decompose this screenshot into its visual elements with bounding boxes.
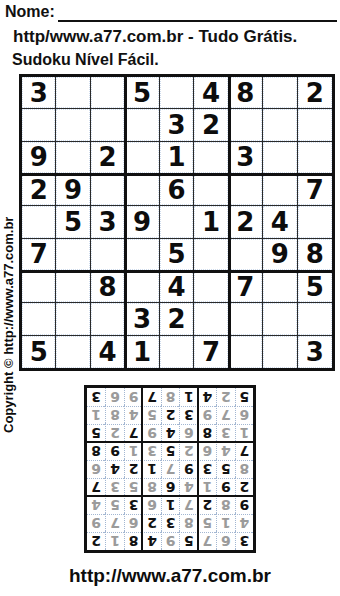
- solution-cell-r1c8: 1: [105, 532, 123, 550]
- solution-cell-r7c8: 2: [105, 424, 123, 442]
- sudoku-cell-r3c1: 9: [22, 142, 56, 174]
- solution-grid: 3675948124158326799827163542914685378539…: [84, 385, 256, 553]
- solution-cell-r9c7: 9: [124, 388, 142, 406]
- sudoku-cell-r7c6: [194, 271, 228, 303]
- solution-cell-r1c7: 8: [124, 532, 142, 550]
- solution-cell-r1c3: 7: [198, 532, 216, 550]
- solution-cell-r9c8: 6: [105, 388, 123, 406]
- sudoku-cell-r7c8: [263, 271, 297, 303]
- sudoku-cell-r1c1: 3: [22, 77, 56, 109]
- solution-cell-r7c1: 1: [235, 424, 253, 442]
- solution-cell-r3c3: 2: [198, 496, 216, 514]
- sudoku-cell-r6c3: [91, 239, 125, 271]
- solution-cell-r3c6: 6: [142, 496, 160, 514]
- solution-cell-r5c7: 2: [124, 460, 142, 478]
- solution-cell-r2c4: 8: [179, 514, 197, 532]
- solution-cell-r4c4: 4: [179, 478, 197, 496]
- solution-cell-r3c8: 5: [105, 496, 123, 514]
- solution-cell-r8c4: 3: [179, 406, 197, 424]
- solution-cell-r5c8: 4: [105, 460, 123, 478]
- sudoku-cell-r5c9: [298, 206, 332, 238]
- solution-cell-r1c2: 6: [216, 532, 234, 550]
- solution-cell-r6c5: 5: [161, 442, 179, 460]
- sudoku-cell-r8c1: [22, 303, 56, 335]
- solution-cell-r4c2: 9: [216, 478, 234, 496]
- sudoku-cell-r9c2: [56, 336, 90, 368]
- solution-cell-r4c1: 2: [235, 478, 253, 496]
- solution-cell-r8c8: 8: [105, 406, 123, 424]
- sudoku-cell-r5c1: [22, 206, 56, 238]
- solution-cell-r6c1: 7: [235, 442, 253, 460]
- sudoku-cell-r4c2: 9: [56, 174, 90, 206]
- solution-cell-r4c3: 1: [198, 478, 216, 496]
- solution-cell-r1c6: 4: [142, 532, 160, 550]
- name-row: Nome:: [5, 3, 335, 23]
- solution-cell-r6c9: 8: [87, 442, 105, 460]
- solution-cell-r3c1: 9: [235, 496, 253, 514]
- sudoku-cell-r2c7: [229, 109, 263, 141]
- sudoku-cell-r9c3: 4: [91, 336, 125, 368]
- solution-cell-r4c5: 6: [161, 478, 179, 496]
- solution-cell-r4c7: 5: [124, 478, 142, 496]
- sudoku-cell-r2c1: [22, 109, 56, 141]
- solution-cell-r2c1: 4: [235, 514, 253, 532]
- sudoku-cell-r2c3: [91, 109, 125, 141]
- solution-cell-r4c9: 7: [87, 478, 105, 496]
- sudoku-cell-r7c4: [125, 271, 159, 303]
- sudoku-cell-r2c9: [298, 109, 332, 141]
- sudoku-cell-r6c8: 9: [263, 239, 297, 271]
- sudoku-cell-r2c2: [56, 109, 90, 141]
- sudoku-cell-r3c7: 3: [229, 142, 263, 174]
- sudoku-cell-r1c7: 8: [229, 77, 263, 109]
- solution-cell-r5c3: 3: [198, 460, 216, 478]
- solution-cell-r7c9: 5: [87, 424, 105, 442]
- sudoku-cell-r8c8: [263, 303, 297, 335]
- solution-cell-r8c5: 2: [161, 406, 179, 424]
- box-divider: [197, 388, 199, 550]
- sudoku-grid: 354823292132967539124759884753254173: [19, 74, 335, 371]
- solution-cell-r5c4: 9: [179, 460, 197, 478]
- solution-cell-r7c5: 4: [161, 424, 179, 442]
- sudoku-cell-r8c9: [298, 303, 332, 335]
- sudoku-cell-r9c1: 5: [22, 336, 56, 368]
- solution-cell-r7c4: 6: [179, 424, 197, 442]
- sudoku-cell-r5c3: 3: [91, 206, 125, 238]
- solution-cell-r3c7: 3: [124, 496, 142, 514]
- sudoku-cell-r5c2: 5: [56, 206, 90, 238]
- sudoku-cell-r8c4: 3: [125, 303, 159, 335]
- sudoku-cell-r5c7: 2: [229, 206, 263, 238]
- sudoku-cell-r7c7: 7: [229, 271, 263, 303]
- sudoku-cell-r6c4: [125, 239, 159, 271]
- sudoku-cell-r4c7: [229, 174, 263, 206]
- solution-cell-r5c6: 1: [142, 460, 160, 478]
- sudoku-cell-r7c2: [56, 271, 90, 303]
- solution-cell-r2c7: 6: [124, 514, 142, 532]
- name-underline: [58, 20, 337, 22]
- solution-cell-r2c2: 1: [216, 514, 234, 532]
- solution-cell-r8c6: 5: [142, 406, 160, 424]
- sudoku-cell-r6c5: 5: [160, 239, 194, 271]
- solution-cell-r5c5: 7: [161, 460, 179, 478]
- solution-cell-r8c3: 9: [198, 406, 216, 424]
- solution-cell-r6c6: 3: [142, 442, 160, 460]
- sudoku-cell-r1c3: [91, 77, 125, 109]
- solution-cell-r8c1: 6: [235, 406, 253, 424]
- sudoku-cell-r8c7: [229, 303, 263, 335]
- sudoku-cell-r9c5: [160, 336, 194, 368]
- solution-cell-r3c5: 1: [161, 496, 179, 514]
- solution-cell-r5c2: 5: [216, 460, 234, 478]
- solution-cell-r9c1: 5: [235, 388, 253, 406]
- footer-url: http://www.a77.com.br: [0, 565, 340, 587]
- solution-cell-r5c9: 6: [87, 460, 105, 478]
- solution-cell-r2c5: 3: [161, 514, 179, 532]
- sudoku-cell-r7c5: 4: [160, 271, 194, 303]
- sudoku-cell-r4c9: 7: [298, 174, 332, 206]
- sudoku-cell-r4c3: [91, 174, 125, 206]
- sudoku-cell-r8c5: 2: [160, 303, 194, 335]
- solution-cell-r6c2: 4: [216, 442, 234, 460]
- sudoku-cell-r2c6: 2: [194, 109, 228, 141]
- sudoku-cell-r3c6: [194, 142, 228, 174]
- sudoku-cell-r4c5: 6: [160, 174, 194, 206]
- sudoku-cell-r6c2: [56, 239, 90, 271]
- sudoku-cell-r1c9: 2: [298, 77, 332, 109]
- sudoku-cell-r8c6: [194, 303, 228, 335]
- solution-cell-r1c9: 2: [87, 532, 105, 550]
- copyright-vertical-text: Copyright © http://www.a77.com.br: [1, 83, 17, 433]
- sudoku-cell-r4c4: [125, 174, 159, 206]
- sudoku-cell-r2c4: [125, 109, 159, 141]
- sudoku-cell-r5c4: 9: [125, 206, 159, 238]
- solution-cell-r6c8: 9: [105, 442, 123, 460]
- solution-cell-r2c3: 5: [198, 514, 216, 532]
- sudoku-cell-r3c4: [125, 142, 159, 174]
- sudoku-cell-r5c8: 4: [263, 206, 297, 238]
- solution-cell-r3c9: 4: [87, 496, 105, 514]
- sudoku-cell-r8c3: [91, 303, 125, 335]
- solution-cell-r1c1: 3: [235, 532, 253, 550]
- name-label: Nome:: [5, 3, 55, 20]
- solution-cell-r8c7: 4: [124, 406, 142, 424]
- solution-cell-r7c2: 3: [216, 424, 234, 442]
- sudoku-cell-r4c6: [194, 174, 228, 206]
- sudoku-cell-r1c2: [56, 77, 90, 109]
- solution-cell-r4c8: 3: [105, 478, 123, 496]
- solution-cell-r9c6: 7: [142, 388, 160, 406]
- sudoku-cell-r9c9: 3: [298, 336, 332, 368]
- box-divider: [124, 77, 127, 368]
- sudoku-cell-r6c7: [229, 239, 263, 271]
- sudoku-cell-r7c9: 5: [298, 271, 332, 303]
- solution-cell-r7c3: 8: [198, 424, 216, 442]
- sudoku-cell-r8c2: [56, 303, 90, 335]
- sudoku-cell-r9c6: 7: [194, 336, 228, 368]
- sudoku-cell-r2c5: 3: [160, 109, 194, 141]
- box-divider: [87, 495, 253, 497]
- sudoku-cell-r9c8: [263, 336, 297, 368]
- sudoku-cell-r3c3: 2: [91, 142, 125, 174]
- solution-cell-r2c6: 2: [142, 514, 160, 532]
- solution-cell-r9c2: 2: [216, 388, 234, 406]
- sudoku-cell-r4c8: [263, 174, 297, 206]
- sudoku-cell-r6c9: 8: [298, 239, 332, 271]
- sudoku-cell-r1c6: 4: [194, 77, 228, 109]
- site-title: http/www.a77.com.br - Tudo Grátis.: [13, 27, 297, 47]
- solution-cell-r9c9: 3: [87, 388, 105, 406]
- solution-cell-r1c5: 9: [161, 532, 179, 550]
- solution-cell-r7c7: 7: [124, 424, 142, 442]
- solution-cell-r7c6: 9: [142, 424, 160, 442]
- sudoku-cell-r5c5: [160, 206, 194, 238]
- sudoku-cell-r5c6: 1: [194, 206, 228, 238]
- sudoku-cell-r3c5: 1: [160, 142, 194, 174]
- solution-cell-r3c2: 8: [216, 496, 234, 514]
- solution-cell-r5c1: 8: [235, 460, 253, 478]
- sudoku-cell-r1c5: [160, 77, 194, 109]
- sudoku-cell-r1c8: [263, 77, 297, 109]
- puzzle-level-title: Sudoku Nível Fácil.: [12, 51, 159, 69]
- solution-cell-r9c4: 1: [179, 388, 197, 406]
- sudoku-cell-r4c1: 2: [22, 174, 56, 206]
- solution-cell-r6c7: 1: [124, 442, 142, 460]
- box-divider: [22, 270, 332, 273]
- solution-cell-r8c9: 1: [87, 406, 105, 424]
- solution-cell-r6c3: 6: [198, 442, 216, 460]
- box-divider: [141, 388, 143, 550]
- sudoku-cell-r3c2: [56, 142, 90, 174]
- solution-cell-r9c3: 4: [198, 388, 216, 406]
- box-divider: [87, 441, 253, 443]
- solution-cell-r2c9: 9: [87, 514, 105, 532]
- solution-cell-r1c4: 5: [179, 532, 197, 550]
- sudoku-cell-r7c1: [22, 271, 56, 303]
- sudoku-cell-r6c1: 7: [22, 239, 56, 271]
- solution-cell-r9c5: 8: [161, 388, 179, 406]
- box-divider: [22, 173, 332, 176]
- sudoku-cell-r3c8: [263, 142, 297, 174]
- sudoku-cell-r6c6: [194, 239, 228, 271]
- sudoku-cell-r9c4: 1: [125, 336, 159, 368]
- solution-cell-r2c8: 7: [105, 514, 123, 532]
- solution-cell-r4c6: 8: [142, 478, 160, 496]
- sudoku-cell-r1c4: 5: [125, 77, 159, 109]
- sudoku-cell-r7c3: 8: [91, 271, 125, 303]
- solution-cell-r6c4: 2: [179, 442, 197, 460]
- solution-cell-r3c4: 7: [179, 496, 197, 514]
- sudoku-cell-r3c9: [298, 142, 332, 174]
- solution-cell-r8c2: 7: [216, 406, 234, 424]
- sudoku-cell-r2c8: [263, 109, 297, 141]
- sudoku-printable-page: Nome: http/www.a77.com.br - Tudo Grátis.…: [0, 0, 340, 596]
- sudoku-cell-r9c7: [229, 336, 263, 368]
- box-divider: [228, 77, 231, 368]
